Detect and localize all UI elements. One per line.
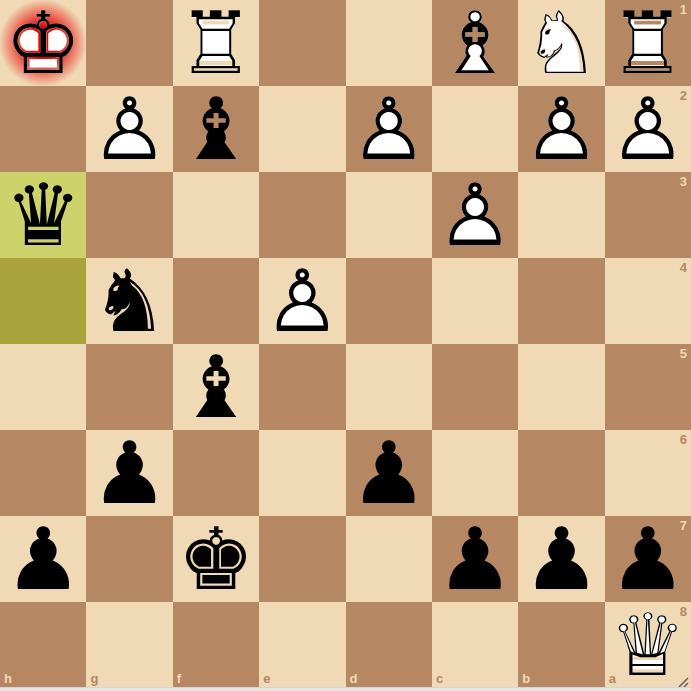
black-pawn[interactable]: ♟ <box>432 516 518 602</box>
square-e5[interactable] <box>259 344 345 430</box>
file-label-f: f <box>177 672 181 685</box>
square-f7[interactable]: ♚ <box>173 516 259 602</box>
rank-label-8: 8 <box>680 605 687 618</box>
square-b3[interactable] <box>518 172 604 258</box>
board-resize-handle-icon[interactable] <box>677 674 689 686</box>
square-a1[interactable]: ♜♖1 <box>605 0 691 86</box>
file-label-b: b <box>522 672 530 685</box>
square-a6[interactable]: 6 <box>605 430 691 516</box>
square-c2[interactable] <box>432 86 518 172</box>
black-pawn-glyph: ♟ <box>0 516 86 602</box>
file-label-a: a <box>609 672 616 685</box>
square-g7[interactable] <box>86 516 172 602</box>
chess-app: ♚♔♜♖♝♗♞♘♜♖1♟♙♝♟♙♟♙♟♙2♛♟♙3♞♟♙4♝5♟♟6♟♚♟♟♟7… <box>0 0 691 691</box>
square-d4[interactable] <box>346 258 432 344</box>
square-g6[interactable]: ♟ <box>86 430 172 516</box>
black-king-glyph: ♚ <box>173 516 259 602</box>
white-rook-outline: ♖ <box>605 0 691 86</box>
rank-label-5: 5 <box>680 347 687 360</box>
file-label-g: g <box>90 672 98 685</box>
square-h3[interactable]: ♛ <box>0 172 86 258</box>
black-knight[interactable]: ♞ <box>86 258 172 344</box>
square-a4[interactable]: 4 <box>605 258 691 344</box>
square-d1[interactable] <box>346 0 432 86</box>
square-d6[interactable]: ♟ <box>346 430 432 516</box>
black-pawn[interactable]: ♟ <box>86 430 172 516</box>
square-f2[interactable]: ♝ <box>173 86 259 172</box>
square-c1[interactable]: ♝♗ <box>432 0 518 86</box>
white-pawn[interactable]: ♟♙ <box>605 86 691 172</box>
square-e2[interactable] <box>259 86 345 172</box>
white-pawn-outline: ♙ <box>432 172 518 258</box>
white-pawn-outline: ♙ <box>259 258 345 344</box>
white-king[interactable]: ♚♔ <box>0 0 86 86</box>
rank-label-1: 1 <box>680 3 687 16</box>
white-knight[interactable]: ♞♘ <box>518 0 604 86</box>
square-e3[interactable] <box>259 172 345 258</box>
square-b7[interactable]: ♟ <box>518 516 604 602</box>
square-h4[interactable] <box>0 258 86 344</box>
square-g4[interactable]: ♞ <box>86 258 172 344</box>
white-pawn-outline: ♙ <box>518 86 604 172</box>
black-queen-glyph: ♛ <box>0 172 86 258</box>
square-c7[interactable]: ♟ <box>432 516 518 602</box>
black-pawn-glyph: ♟ <box>346 430 432 516</box>
square-a3[interactable]: 3 <box>605 172 691 258</box>
square-b1[interactable]: ♞♘ <box>518 0 604 86</box>
square-h1[interactable]: ♚♔ <box>0 0 86 86</box>
black-queen[interactable]: ♛ <box>0 172 86 258</box>
square-f4[interactable] <box>173 258 259 344</box>
white-knight-outline: ♘ <box>518 0 604 86</box>
file-label-e: e <box>263 672 270 685</box>
white-pawn[interactable]: ♟♙ <box>346 86 432 172</box>
black-pawn-glyph: ♟ <box>605 516 691 602</box>
square-c8[interactable]: c <box>432 602 518 688</box>
square-b2[interactable]: ♟♙ <box>518 86 604 172</box>
rank-label-2: 2 <box>680 89 687 102</box>
square-c5[interactable] <box>432 344 518 430</box>
square-f3[interactable] <box>173 172 259 258</box>
square-e7[interactable] <box>259 516 345 602</box>
white-pawn[interactable]: ♟♙ <box>259 258 345 344</box>
square-b6[interactable] <box>518 430 604 516</box>
black-bishop-glyph: ♝ <box>173 86 259 172</box>
file-label-c: c <box>436 672 443 685</box>
page-background-strip <box>0 687 691 691</box>
white-rook[interactable]: ♜♖ <box>605 0 691 86</box>
white-rook-outline: ♖ <box>173 0 259 86</box>
square-a7[interactable]: ♟7 <box>605 516 691 602</box>
square-g2[interactable]: ♟♙ <box>86 86 172 172</box>
square-d2[interactable]: ♟♙ <box>346 86 432 172</box>
rank-label-4: 4 <box>680 261 687 274</box>
black-bishop[interactable]: ♝ <box>173 86 259 172</box>
square-f6[interactable] <box>173 430 259 516</box>
square-b4[interactable] <box>518 258 604 344</box>
square-e1[interactable] <box>259 0 345 86</box>
square-c3[interactable]: ♟♙ <box>432 172 518 258</box>
white-pawn[interactable]: ♟♙ <box>86 86 172 172</box>
white-bishop-outline: ♗ <box>432 0 518 86</box>
white-pawn[interactable]: ♟♙ <box>432 172 518 258</box>
square-e6[interactable] <box>259 430 345 516</box>
file-label-d: d <box>350 672 358 685</box>
black-pawn[interactable]: ♟ <box>518 516 604 602</box>
square-b8[interactable]: b <box>518 602 604 688</box>
square-g5[interactable] <box>86 344 172 430</box>
square-a5[interactable]: 5 <box>605 344 691 430</box>
square-h5[interactable] <box>0 344 86 430</box>
rank-label-3: 3 <box>680 175 687 188</box>
square-h2[interactable] <box>0 86 86 172</box>
black-pawn-glyph: ♟ <box>518 516 604 602</box>
square-g3[interactable] <box>86 172 172 258</box>
black-pawn[interactable]: ♟ <box>346 430 432 516</box>
chess-board[interactable]: ♚♔♜♖♝♗♞♘♜♖1♟♙♝♟♙♟♙♟♙2♛♟♙3♞♟♙4♝5♟♟6♟♚♟♟♟7… <box>0 0 691 688</box>
file-label-h: h <box>4 672 12 685</box>
black-bishop-glyph: ♝ <box>173 344 259 430</box>
black-knight-glyph: ♞ <box>86 258 172 344</box>
square-h6[interactable] <box>0 430 86 516</box>
square-f5[interactable]: ♝ <box>173 344 259 430</box>
white-king-outline: ♔ <box>0 0 86 86</box>
square-g1[interactable] <box>86 0 172 86</box>
square-d3[interactable] <box>346 172 432 258</box>
black-pawn-glyph: ♟ <box>432 516 518 602</box>
square-a8[interactable]: ♛♕8a <box>605 602 691 688</box>
square-c4[interactable] <box>432 258 518 344</box>
black-pawn[interactable]: ♟ <box>0 516 86 602</box>
white-pawn-outline: ♙ <box>86 86 172 172</box>
black-bishop[interactable]: ♝ <box>173 344 259 430</box>
square-b5[interactable] <box>518 344 604 430</box>
white-pawn-outline: ♙ <box>346 86 432 172</box>
square-d8[interactable]: d <box>346 602 432 688</box>
white-pawn-outline: ♙ <box>605 86 691 172</box>
square-h8[interactable]: h <box>0 602 86 688</box>
white-pawn[interactable]: ♟♙ <box>518 86 604 172</box>
square-f1[interactable]: ♜♖ <box>173 0 259 86</box>
rank-label-7: 7 <box>680 519 687 532</box>
square-e4[interactable]: ♟♙ <box>259 258 345 344</box>
square-g8[interactable]: g <box>86 602 172 688</box>
square-a2[interactable]: ♟♙2 <box>605 86 691 172</box>
black-pawn[interactable]: ♟ <box>605 516 691 602</box>
square-c6[interactable] <box>432 430 518 516</box>
white-rook[interactable]: ♜♖ <box>173 0 259 86</box>
square-d5[interactable] <box>346 344 432 430</box>
square-h7[interactable]: ♟ <box>0 516 86 602</box>
black-king[interactable]: ♚ <box>173 516 259 602</box>
black-pawn-glyph: ♟ <box>86 430 172 516</box>
white-bishop[interactable]: ♝♗ <box>432 0 518 86</box>
rank-label-6: 6 <box>680 433 687 446</box>
square-d7[interactable] <box>346 516 432 602</box>
square-e8[interactable]: e <box>259 602 345 688</box>
square-f8[interactable]: f <box>173 602 259 688</box>
